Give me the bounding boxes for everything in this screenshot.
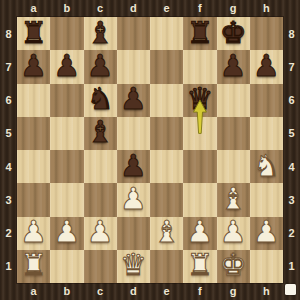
- file-label-top-g: g: [217, 0, 250, 17]
- square-a3[interactable]: [17, 183, 50, 216]
- square-d5[interactable]: [117, 117, 150, 150]
- rank-label-right-6: 6: [283, 84, 300, 117]
- square-d6[interactable]: ♟: [117, 84, 150, 117]
- file-label-bottom-h: h: [250, 283, 283, 300]
- square-c6[interactable]: ♞: [84, 84, 117, 117]
- rank-label-left-2: 2: [0, 217, 17, 250]
- rank-label-left-4: 4: [0, 150, 17, 183]
- piece-white-bishop[interactable]: ♝: [153, 217, 180, 247]
- piece-black-king[interactable]: ♚: [220, 18, 247, 48]
- piece-black-bishop[interactable]: ♝: [87, 117, 114, 147]
- piece-black-pawn[interactable]: ♟: [120, 151, 147, 181]
- rank-labels-left: 87654321: [0, 17, 17, 283]
- square-c7[interactable]: ♟: [84, 50, 117, 83]
- file-label-top-b: b: [50, 0, 83, 17]
- piece-black-pawn[interactable]: ♟: [120, 84, 147, 114]
- piece-black-pawn[interactable]: ♟: [53, 51, 80, 81]
- square-h2[interactable]: ♟: [250, 217, 283, 250]
- square-g5[interactable]: [217, 117, 250, 150]
- file-labels-bottom: abcdefgh: [17, 283, 283, 300]
- file-label-top-a: a: [17, 0, 50, 17]
- square-f7[interactable]: [183, 50, 216, 83]
- square-g7[interactable]: ♟: [217, 50, 250, 83]
- square-h6[interactable]: [250, 84, 283, 117]
- square-d3[interactable]: ♟: [117, 183, 150, 216]
- rank-label-right-3: 3: [283, 183, 300, 216]
- rank-label-left-7: 7: [0, 50, 17, 83]
- chess-board-widget: abcdefgh abcdefgh 87654321 87654321 ♜♝♜♚…: [0, 0, 300, 300]
- piece-black-pawn[interactable]: ♟: [20, 51, 47, 81]
- square-d1[interactable]: ♛: [117, 250, 150, 283]
- square-e2[interactable]: ♝: [150, 217, 183, 250]
- file-label-top-f: f: [183, 0, 216, 17]
- square-c1[interactable]: [84, 250, 117, 283]
- square-h7[interactable]: ♟: [250, 50, 283, 83]
- square-g6[interactable]: [217, 84, 250, 117]
- square-f5[interactable]: [183, 117, 216, 150]
- piece-white-pawn[interactable]: ♟: [53, 217, 80, 247]
- square-e3[interactable]: [150, 183, 183, 216]
- rank-label-right-5: 5: [283, 117, 300, 150]
- piece-white-pawn[interactable]: ♟: [220, 217, 247, 247]
- square-e1[interactable]: [150, 250, 183, 283]
- rank-label-left-5: 5: [0, 117, 17, 150]
- square-c4[interactable]: [84, 150, 117, 183]
- square-h3[interactable]: [250, 183, 283, 216]
- piece-black-pawn[interactable]: ♟: [220, 51, 247, 81]
- file-label-top-d: d: [117, 0, 150, 17]
- piece-black-rook[interactable]: ♜: [186, 18, 213, 48]
- square-b4[interactable]: [50, 150, 83, 183]
- rank-label-right-4: 4: [283, 150, 300, 183]
- square-b5[interactable]: [50, 117, 83, 150]
- square-e7[interactable]: [150, 50, 183, 83]
- piece-white-rook[interactable]: ♜: [20, 250, 47, 280]
- square-b7[interactable]: ♟: [50, 50, 83, 83]
- square-a2[interactable]: ♟: [17, 217, 50, 250]
- rank-label-left-1: 1: [0, 250, 17, 283]
- square-f1[interactable]: ♜: [183, 250, 216, 283]
- square-d7[interactable]: [117, 50, 150, 83]
- square-g4[interactable]: [217, 150, 250, 183]
- file-label-bottom-f: f: [183, 283, 216, 300]
- rank-label-right-2: 2: [283, 217, 300, 250]
- square-c3[interactable]: [84, 183, 117, 216]
- piece-white-pawn[interactable]: ♟: [186, 217, 213, 247]
- rank-label-right-8: 8: [283, 17, 300, 50]
- square-a5[interactable]: [17, 117, 50, 150]
- piece-white-pawn[interactable]: ♟: [20, 217, 47, 247]
- square-a7[interactable]: ♟: [17, 50, 50, 83]
- piece-white-bishop[interactable]: ♝: [220, 184, 247, 214]
- square-c5[interactable]: ♝: [84, 117, 117, 150]
- file-label-bottom-d: d: [117, 283, 150, 300]
- rank-label-right-7: 7: [283, 50, 300, 83]
- square-f8[interactable]: ♜: [183, 17, 216, 50]
- file-label-bottom-c: c: [84, 283, 117, 300]
- square-e6[interactable]: [150, 84, 183, 117]
- piece-white-rook[interactable]: ♜: [186, 250, 213, 280]
- piece-black-queen[interactable]: ♛: [186, 84, 213, 114]
- square-b3[interactable]: [50, 183, 83, 216]
- file-label-top-h: h: [250, 0, 283, 17]
- square-g8[interactable]: ♚: [217, 17, 250, 50]
- piece-white-queen[interactable]: ♛: [120, 250, 147, 280]
- square-h8[interactable]: [250, 17, 283, 50]
- piece-white-king[interactable]: ♚: [220, 250, 247, 280]
- white-to-move-indicator: [285, 284, 296, 295]
- square-f4[interactable]: [183, 150, 216, 183]
- square-a8[interactable]: ♜: [17, 17, 50, 50]
- rank-label-right-1: 1: [283, 250, 300, 283]
- piece-white-pawn[interactable]: ♟: [253, 217, 280, 247]
- square-f2[interactable]: ♟: [183, 217, 216, 250]
- square-f3[interactable]: [183, 183, 216, 216]
- file-label-top-c: c: [84, 0, 117, 17]
- square-b2[interactable]: ♟: [50, 217, 83, 250]
- file-label-bottom-e: e: [150, 283, 183, 300]
- file-label-bottom-b: b: [50, 283, 83, 300]
- file-labels-top: abcdefgh: [17, 0, 283, 17]
- square-h1[interactable]: [250, 250, 283, 283]
- file-label-bottom-a: a: [17, 283, 50, 300]
- square-f6[interactable]: ♛: [183, 84, 216, 117]
- rank-label-left-8: 8: [0, 17, 17, 50]
- piece-black-pawn[interactable]: ♟: [253, 51, 280, 81]
- board: ♜♝♜♚♟♟♟♟♟♞♟♛♝♟♞♟♝♟♟♟♝♟♟♟♜♛♜♚: [17, 17, 283, 283]
- file-label-top-e: e: [150, 0, 183, 17]
- piece-white-knight[interactable]: ♞: [253, 151, 280, 181]
- square-g2[interactable]: ♟: [217, 217, 250, 250]
- square-b6[interactable]: [50, 84, 83, 117]
- square-g3[interactable]: ♝: [217, 183, 250, 216]
- piece-black-knight[interactable]: ♞: [87, 84, 114, 114]
- piece-white-pawn[interactable]: ♟: [120, 184, 147, 214]
- square-a6[interactable]: [17, 84, 50, 117]
- square-e8[interactable]: [150, 17, 183, 50]
- square-a1[interactable]: ♜: [17, 250, 50, 283]
- square-h5[interactable]: [250, 117, 283, 150]
- rank-label-left-6: 6: [0, 84, 17, 117]
- square-b1[interactable]: [50, 250, 83, 283]
- square-e4[interactable]: [150, 150, 183, 183]
- rank-label-left-3: 3: [0, 183, 17, 216]
- piece-black-rook[interactable]: ♜: [20, 18, 47, 48]
- piece-white-pawn[interactable]: ♟: [87, 217, 114, 247]
- square-d4[interactable]: ♟: [117, 150, 150, 183]
- piece-black-bishop[interactable]: ♝: [87, 18, 114, 48]
- square-d8[interactable]: [117, 17, 150, 50]
- square-a4[interactable]: [17, 150, 50, 183]
- piece-black-pawn[interactable]: ♟: [87, 51, 114, 81]
- rank-labels-right: 87654321: [283, 17, 300, 283]
- square-b8[interactable]: [50, 17, 83, 50]
- square-c8[interactable]: ♝: [84, 17, 117, 50]
- file-label-bottom-g: g: [217, 283, 250, 300]
- square-e5[interactable]: [150, 117, 183, 150]
- square-g1[interactable]: ♚: [217, 250, 250, 283]
- square-c2[interactable]: ♟: [84, 217, 117, 250]
- square-h4[interactable]: ♞: [250, 150, 283, 183]
- square-d2[interactable]: [117, 217, 150, 250]
